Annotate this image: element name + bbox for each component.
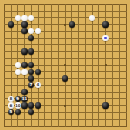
stone-white: [15, 69, 21, 75]
stone-white-move-10: 10: [15, 102, 21, 108]
stone-black: [21, 28, 27, 34]
go-board[interactable]: 7489116105: [1, 1, 130, 130]
stone-white: [15, 15, 21, 21]
blue-dot-mark: [104, 37, 106, 39]
stone-white: [102, 35, 108, 41]
stone-black-move-7: 7: [28, 82, 34, 88]
stone-black: [69, 21, 75, 27]
stone-black: [21, 48, 27, 54]
stone-black: [28, 75, 34, 81]
stone-black: [21, 102, 27, 108]
stone-black: [28, 35, 34, 41]
stone-black: [15, 109, 21, 115]
stone-white: [21, 69, 27, 75]
stone-black: [102, 21, 108, 27]
stone-white: [21, 15, 27, 21]
stone-black: [28, 109, 34, 115]
stone-white-move-6: 6: [8, 102, 14, 108]
stone-black-move-11: 11: [21, 96, 27, 102]
stone-white: [15, 62, 21, 68]
stone-black-move-9: 9: [15, 96, 21, 102]
stone-black: [35, 102, 41, 108]
stone-white-move-8: 8: [8, 96, 14, 102]
stone-black-move-5: 5: [8, 109, 14, 115]
stone-white: [28, 28, 34, 34]
stone-black: [8, 21, 14, 27]
stone-black: [21, 21, 27, 27]
stone-white: [28, 15, 34, 21]
stone-black: [28, 102, 34, 108]
stone-black: [28, 48, 34, 54]
stone-black: [28, 69, 34, 75]
stone-black: [102, 102, 108, 108]
stone-black: [28, 62, 34, 68]
stone-white-move-4: 4: [35, 82, 41, 88]
stone-black: [21, 62, 27, 68]
stone-black: [21, 89, 27, 95]
go-diagram: 7489116105: [0, 0, 130, 130]
stone-black: [35, 69, 41, 75]
stone-white: [89, 15, 95, 21]
stone-white: [35, 28, 41, 34]
stone-black: [62, 75, 68, 81]
